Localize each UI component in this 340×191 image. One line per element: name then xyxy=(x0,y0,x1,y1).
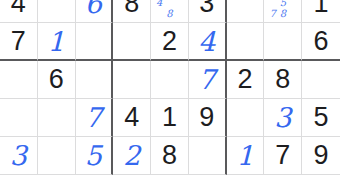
cell-r3c7[interactable]: 2 xyxy=(227,61,265,99)
user-digit: 1 xyxy=(236,142,253,169)
cell-r1c7[interactable] xyxy=(227,0,265,23)
user-digit: 3 xyxy=(10,142,27,169)
cell-r4c6[interactable]: 9 xyxy=(189,99,227,137)
cell-r1c2[interactable] xyxy=(38,0,76,23)
user-digit: 5 xyxy=(85,142,102,169)
cell-r2c5[interactable]: 2 xyxy=(151,23,189,61)
app-background: 46848357817124667287419353528179 xyxy=(0,0,340,191)
cell-r2c8[interactable] xyxy=(264,23,302,61)
cell-r3c9[interactable] xyxy=(302,61,340,99)
given-digit: 8 xyxy=(162,142,177,169)
pencil-mark-4: 4 xyxy=(154,0,164,9)
cell-r5c6[interactable] xyxy=(189,137,227,175)
given-digit: 3 xyxy=(199,0,214,17)
given-digit: 2 xyxy=(238,66,253,93)
cell-r2c6[interactable]: 4 xyxy=(189,23,227,61)
given-digit: 9 xyxy=(199,104,214,131)
pencil-mark-8: 8 xyxy=(278,9,288,20)
cell-r4c5[interactable]: 1 xyxy=(151,99,189,137)
given-digit: 1 xyxy=(314,0,329,17)
cell-r1c8[interactable]: 578 xyxy=(264,0,302,23)
cell-r4c9[interactable]: 5 xyxy=(302,99,340,137)
cell-r5c3[interactable]: 5 xyxy=(76,137,114,175)
cell-r3c3[interactable] xyxy=(76,61,114,99)
cell-r5c9[interactable]: 9 xyxy=(302,137,340,175)
given-digit: 7 xyxy=(275,142,290,169)
cell-r1c9[interactable]: 1 xyxy=(302,0,340,23)
cell-r4c4[interactable]: 4 xyxy=(113,99,151,137)
user-digit: 3 xyxy=(274,104,291,131)
cell-r5c8[interactable]: 7 xyxy=(264,137,302,175)
given-digit: 8 xyxy=(275,66,290,93)
cell-r3c6[interactable]: 7 xyxy=(189,61,227,99)
pencil-marks: 578 xyxy=(264,0,301,22)
pencil-mark-5: 5 xyxy=(278,0,288,9)
cell-r3c8[interactable]: 8 xyxy=(264,61,302,99)
user-digit: 4 xyxy=(198,28,215,55)
cell-r1c5[interactable]: 48 xyxy=(151,0,189,23)
cell-r3c4[interactable] xyxy=(113,61,151,99)
cell-r1c6[interactable]: 3 xyxy=(189,0,227,23)
cell-r5c4[interactable]: 2 xyxy=(113,137,151,175)
cell-r4c1[interactable] xyxy=(0,99,38,137)
cell-r4c3[interactable]: 7 xyxy=(76,99,114,137)
cell-r2c1[interactable]: 7 xyxy=(0,23,38,61)
user-digit: 7 xyxy=(198,66,215,93)
given-digit: 5 xyxy=(314,104,329,131)
given-digit: 9 xyxy=(314,142,329,169)
cell-r2c2[interactable]: 1 xyxy=(38,23,76,61)
cell-r4c2[interactable] xyxy=(38,99,76,137)
given-digit: 4 xyxy=(11,0,26,17)
user-digit: 6 xyxy=(85,0,102,17)
cell-r1c4[interactable]: 8 xyxy=(113,0,151,23)
given-digit: 4 xyxy=(124,104,139,131)
given-digit: 6 xyxy=(49,66,64,93)
cell-r4c8[interactable]: 3 xyxy=(264,99,302,137)
cell-r2c9[interactable]: 6 xyxy=(302,23,340,61)
sudoku-grid: 46848357817124667287419353528179 xyxy=(0,0,340,175)
cell-r5c2[interactable] xyxy=(38,137,76,175)
given-digit: 2 xyxy=(162,28,177,55)
cell-r2c3[interactable] xyxy=(76,23,114,61)
pencil-marks: 48 xyxy=(151,0,188,22)
cell-r3c5[interactable] xyxy=(151,61,189,99)
user-digit: 7 xyxy=(85,104,102,131)
cell-r3c2[interactable]: 6 xyxy=(38,61,76,99)
user-digit: 1 xyxy=(48,28,65,55)
cell-r3c1[interactable] xyxy=(0,61,38,99)
cell-r1c1[interactable]: 4 xyxy=(0,0,38,23)
cell-r5c5[interactable]: 8 xyxy=(151,137,189,175)
cell-r5c7[interactable]: 1 xyxy=(227,137,265,175)
cell-r1c3[interactable]: 6 xyxy=(76,0,114,23)
cell-r5c1[interactable]: 3 xyxy=(0,137,38,175)
user-digit: 2 xyxy=(123,142,140,169)
given-digit: 1 xyxy=(162,104,177,131)
pencil-mark-7: 7 xyxy=(267,9,277,20)
cell-r2c4[interactable] xyxy=(113,23,151,61)
cell-r2c7[interactable] xyxy=(227,23,265,61)
given-digit: 8 xyxy=(124,0,139,17)
pencil-mark-8: 8 xyxy=(164,9,174,20)
cell-r4c7[interactable] xyxy=(227,99,265,137)
given-digit: 6 xyxy=(314,28,329,55)
given-digit: 7 xyxy=(11,28,26,55)
